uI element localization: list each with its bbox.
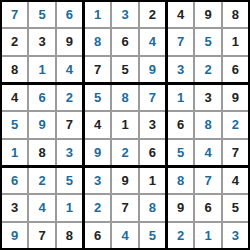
cell-r5c4[interactable]: 4 [85,112,110,137]
cell-r3c2[interactable]: 1 [29,57,54,82]
sudoku-box-2: 132864759 [85,2,165,82]
cell-r9c5[interactable]: 4 [112,223,137,248]
cell-r9c3[interactable]: 8 [57,223,82,248]
sudoku-box-6: 139682547 [168,85,248,165]
cell-r3c5[interactable]: 5 [112,57,137,82]
cell-r2c5[interactable]: 6 [112,29,137,54]
cell-r1c8[interactable]: 9 [195,2,220,27]
sudoku-board: 7562398141328647594987513264625971835874… [0,0,250,250]
cell-r7c8[interactable]: 7 [195,168,220,193]
cell-r7c6[interactable]: 1 [140,168,165,193]
cell-r9c1[interactable]: 9 [2,223,27,248]
cell-r1c2[interactable]: 5 [29,2,54,27]
cell-r9c2[interactable]: 7 [29,223,54,248]
cell-r1c4[interactable]: 1 [85,2,110,27]
cell-r8c2[interactable]: 4 [29,195,54,220]
cell-r8c1[interactable]: 3 [2,195,27,220]
cell-r5c8[interactable]: 8 [195,112,220,137]
cell-r8c3[interactable]: 1 [57,195,82,220]
sudoku-box-7: 625341978 [2,168,82,248]
cell-r2c9[interactable]: 1 [223,29,248,54]
cell-r5c2[interactable]: 9 [29,112,54,137]
cell-r4c6[interactable]: 7 [140,85,165,110]
cell-r9c6[interactable]: 5 [140,223,165,248]
cell-r3c3[interactable]: 4 [57,57,82,82]
cell-r3c1[interactable]: 8 [2,57,27,82]
cell-r1c6[interactable]: 2 [140,2,165,27]
cell-r5c1[interactable]: 5 [2,112,27,137]
cell-r5c3[interactable]: 7 [57,112,82,137]
cell-r2c8[interactable]: 5 [195,29,220,54]
cell-r4c4[interactable]: 5 [85,85,110,110]
cell-r7c5[interactable]: 9 [112,168,137,193]
cell-r4c2[interactable]: 6 [29,85,54,110]
sudoku-box-9: 874965213 [168,168,248,248]
cell-r6c3[interactable]: 3 [57,140,82,165]
cell-r8c5[interactable]: 7 [112,195,137,220]
cell-r3c4[interactable]: 7 [85,57,110,82]
cell-r5c7[interactable]: 6 [168,112,193,137]
cell-r4c3[interactable]: 2 [57,85,82,110]
cell-r6c7[interactable]: 5 [168,140,193,165]
sudoku-box-1: 756239814 [2,2,82,82]
sudoku-box-3: 498751326 [168,2,248,82]
cell-r8c8[interactable]: 6 [195,195,220,220]
cell-r3c6[interactable]: 9 [140,57,165,82]
cell-r1c9[interactable]: 8 [223,2,248,27]
cell-r4c7[interactable]: 1 [168,85,193,110]
cell-r9c4[interactable]: 6 [85,223,110,248]
cell-r6c1[interactable]: 1 [2,140,27,165]
cell-r7c1[interactable]: 6 [2,168,27,193]
sudoku-box-8: 391278645 [85,168,165,248]
cell-r7c7[interactable]: 8 [168,168,193,193]
cell-r3c7[interactable]: 3 [168,57,193,82]
cell-r5c5[interactable]: 1 [112,112,137,137]
cell-r8c7[interactable]: 9 [168,195,193,220]
cell-r8c4[interactable]: 2 [85,195,110,220]
cell-r7c4[interactable]: 3 [85,168,110,193]
cell-r3c9[interactable]: 6 [223,57,248,82]
cell-r1c7[interactable]: 4 [168,2,193,27]
sudoku-box-4: 462597183 [2,85,82,165]
cell-r3c8[interactable]: 2 [195,57,220,82]
cell-r4c8[interactable]: 3 [195,85,220,110]
cell-r5c6[interactable]: 3 [140,112,165,137]
cell-r2c6[interactable]: 4 [140,29,165,54]
cell-r2c3[interactable]: 9 [57,29,82,54]
cell-r7c2[interactable]: 2 [29,168,54,193]
cell-r1c5[interactable]: 3 [112,2,137,27]
cell-r7c3[interactable]: 5 [57,168,82,193]
cell-r4c9[interactable]: 9 [223,85,248,110]
cell-r9c7[interactable]: 2 [168,223,193,248]
cell-r6c5[interactable]: 2 [112,140,137,165]
cell-r8c6[interactable]: 8 [140,195,165,220]
cell-r2c4[interactable]: 8 [85,29,110,54]
cell-r6c9[interactable]: 7 [223,140,248,165]
cell-r4c5[interactable]: 8 [112,85,137,110]
cell-r6c2[interactable]: 8 [29,140,54,165]
cell-r4c1[interactable]: 4 [2,85,27,110]
cell-r9c9[interactable]: 3 [223,223,248,248]
cell-r9c8[interactable]: 1 [195,223,220,248]
cell-r2c1[interactable]: 2 [2,29,27,54]
cell-r6c4[interactable]: 9 [85,140,110,165]
cell-r8c9[interactable]: 5 [223,195,248,220]
cell-r2c2[interactable]: 3 [29,29,54,54]
sudoku-box-5: 587413926 [85,85,165,165]
cell-r1c3[interactable]: 6 [57,2,82,27]
cell-r2c7[interactable]: 7 [168,29,193,54]
cell-r1c1[interactable]: 7 [2,2,27,27]
cell-r6c8[interactable]: 4 [195,140,220,165]
cell-r5c9[interactable]: 2 [223,112,248,137]
cell-r6c6[interactable]: 6 [140,140,165,165]
cell-r7c9[interactable]: 4 [223,168,248,193]
